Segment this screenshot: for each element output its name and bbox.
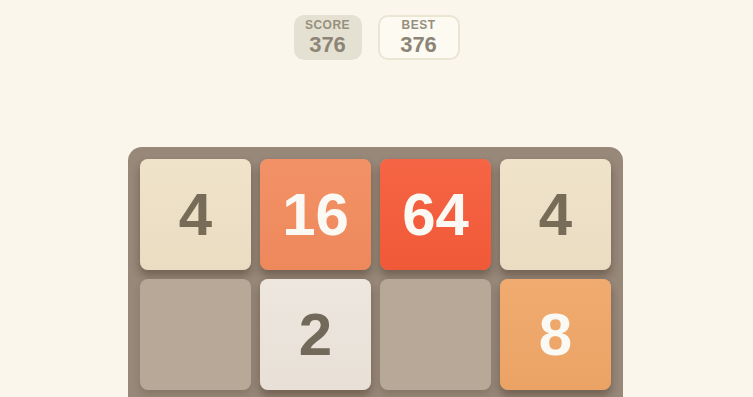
best-value: 376	[400, 33, 437, 57]
tile-2: 2	[260, 279, 371, 390]
score-label: SCORE	[305, 19, 350, 32]
tile-64: 64	[380, 159, 491, 270]
board-cell-r2c2: 2	[260, 279, 371, 390]
score-badge: SCORE 376	[294, 15, 362, 60]
board-cell-r2c3	[380, 279, 491, 390]
board-cell-r1c1: 4	[140, 159, 251, 270]
score-panel: SCORE 376 BEST 376	[0, 15, 753, 60]
board-cell-r1c2: 16	[260, 159, 371, 270]
game-board[interactable]: 41664428	[128, 147, 623, 397]
best-label: BEST	[401, 19, 435, 32]
best-badge: BEST 376	[378, 15, 460, 60]
tile-8: 8	[500, 279, 611, 390]
board-cell-r1c3: 64	[380, 159, 491, 270]
tile-4: 4	[140, 159, 251, 270]
score-value: 376	[309, 33, 346, 57]
tile-4: 4	[500, 159, 611, 270]
board-cell-r2c1	[140, 279, 251, 390]
tile-16: 16	[260, 159, 371, 270]
board-cell-r2c4: 8	[500, 279, 611, 390]
board-cell-r1c4: 4	[500, 159, 611, 270]
